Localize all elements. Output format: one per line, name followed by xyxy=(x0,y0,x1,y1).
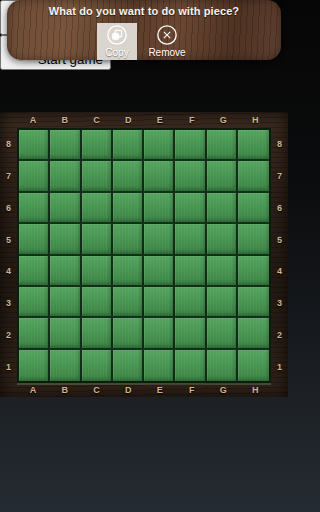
cell-E4[interactable] xyxy=(144,256,175,287)
cell-E5[interactable] xyxy=(144,224,175,255)
cell-H2[interactable] xyxy=(238,318,269,349)
coordinate-label: 1 xyxy=(271,351,288,383)
coordinate-label: H xyxy=(239,385,271,395)
coordinate-label: G xyxy=(208,115,240,125)
cell-F1[interactable] xyxy=(175,350,206,381)
coordinate-label: 8 xyxy=(271,128,288,160)
cell-D3[interactable] xyxy=(113,287,144,318)
coordinate-label: C xyxy=(81,115,113,125)
coordinate-label: E xyxy=(144,115,176,125)
cell-C5[interactable] xyxy=(82,224,113,255)
coordinate-label: G xyxy=(208,385,240,395)
copy-button-label: Copy xyxy=(105,47,128,58)
coordinate-label: 4 xyxy=(271,256,288,288)
coordinate-label: D xyxy=(112,115,144,125)
cell-E7[interactable] xyxy=(144,161,175,192)
cell-F8[interactable] xyxy=(175,130,206,161)
coordinate-label: F xyxy=(176,385,208,395)
cell-C8[interactable] xyxy=(82,130,113,161)
cell-C1[interactable] xyxy=(82,350,113,381)
coordinate-label: A xyxy=(17,115,49,125)
cell-H4[interactable] xyxy=(238,256,269,287)
cell-C6[interactable] xyxy=(82,193,113,224)
cell-B6[interactable] xyxy=(50,193,81,224)
cell-F3[interactable] xyxy=(175,287,206,318)
column-labels-bottom: ABCDEFGH xyxy=(17,383,271,397)
cell-C4[interactable] xyxy=(82,256,113,287)
coordinate-label: 2 xyxy=(0,319,17,351)
column-labels-top: ABCDEFGH xyxy=(17,112,271,128)
cell-A6[interactable] xyxy=(19,193,50,224)
coordinate-label: 5 xyxy=(0,224,17,256)
cell-D7[interactable] xyxy=(113,161,144,192)
coordinate-label: B xyxy=(49,385,81,395)
coordinate-label: 8 xyxy=(0,128,17,160)
cell-C2[interactable] xyxy=(82,318,113,349)
copy-icon xyxy=(106,24,128,46)
cell-F4[interactable] xyxy=(175,256,206,287)
cell-E8[interactable] xyxy=(144,130,175,161)
cell-C3[interactable] xyxy=(82,287,113,318)
cell-H7[interactable] xyxy=(238,161,269,192)
piece-action-dialog: What do you want to do with piece? Copy xyxy=(7,0,281,60)
cell-G1[interactable] xyxy=(207,350,238,381)
coordinate-label: 7 xyxy=(271,160,288,192)
copy-button[interactable]: Copy xyxy=(97,23,137,60)
dialog-buttons: Copy Remove xyxy=(7,23,281,60)
coordinate-label: A xyxy=(17,385,49,395)
cell-B5[interactable] xyxy=(50,224,81,255)
cell-D1[interactable] xyxy=(113,350,144,381)
row-labels-left: 87654321 xyxy=(0,128,17,383)
dialog-title: What do you want to do with piece? xyxy=(7,0,281,17)
coordinate-label: 4 xyxy=(0,256,17,288)
coordinate-label: B xyxy=(49,115,81,125)
cell-G5[interactable] xyxy=(207,224,238,255)
cell-H3[interactable] xyxy=(238,287,269,318)
cell-A5[interactable] xyxy=(19,224,50,255)
row-labels-right: 87654321 xyxy=(271,128,288,383)
coordinate-label: 3 xyxy=(271,287,288,319)
cell-A2[interactable] xyxy=(19,318,50,349)
cell-G7[interactable] xyxy=(207,161,238,192)
cell-C7[interactable] xyxy=(82,161,113,192)
cell-A4[interactable] xyxy=(19,256,50,287)
coordinate-label: 1 xyxy=(0,351,17,383)
coordinate-label: 3 xyxy=(0,287,17,319)
coordinate-label: F xyxy=(176,115,208,125)
cell-H1[interactable] xyxy=(238,350,269,381)
remove-button[interactable]: Remove xyxy=(143,23,191,60)
cell-H6[interactable] xyxy=(238,193,269,224)
cell-B8[interactable] xyxy=(50,130,81,161)
coordinate-label: 6 xyxy=(0,192,17,224)
coordinate-label: 2 xyxy=(271,319,288,351)
cell-A3[interactable] xyxy=(19,287,50,318)
cell-G2[interactable] xyxy=(207,318,238,349)
coordinate-label: 6 xyxy=(271,192,288,224)
cell-A7[interactable] xyxy=(19,161,50,192)
coordinate-label: H xyxy=(239,115,271,125)
cell-D6[interactable] xyxy=(113,193,144,224)
cell-F2[interactable] xyxy=(175,318,206,349)
cell-D8[interactable] xyxy=(113,130,144,161)
cell-F6[interactable] xyxy=(175,193,206,224)
cell-G4[interactable] xyxy=(207,256,238,287)
coordinate-label: E xyxy=(144,385,176,395)
othello-board: ABCDEFGH ABCDEFGH 87654321 87654321 xyxy=(0,112,288,397)
coordinate-label: 7 xyxy=(0,160,17,192)
board-grid xyxy=(17,128,271,383)
cell-H8[interactable] xyxy=(238,130,269,161)
cell-B4[interactable] xyxy=(50,256,81,287)
coordinate-label: C xyxy=(81,385,113,395)
coordinate-label: 5 xyxy=(271,224,288,256)
cell-D2[interactable] xyxy=(113,318,144,349)
cell-F5[interactable] xyxy=(175,224,206,255)
cell-B1[interactable] xyxy=(50,350,81,381)
cell-E3[interactable] xyxy=(144,287,175,318)
cell-B7[interactable] xyxy=(50,161,81,192)
cell-B3[interactable] xyxy=(50,287,81,318)
cell-E6[interactable] xyxy=(144,193,175,224)
cell-F7[interactable] xyxy=(175,161,206,192)
coordinate-label: D xyxy=(112,385,144,395)
cell-G3[interactable] xyxy=(207,287,238,318)
remove-icon xyxy=(156,24,178,46)
cell-D4[interactable] xyxy=(113,256,144,287)
cell-G8[interactable] xyxy=(207,130,238,161)
remove-button-label: Remove xyxy=(148,47,185,58)
cell-A1[interactable] xyxy=(19,350,50,381)
cell-G6[interactable] xyxy=(207,193,238,224)
cell-A8[interactable] xyxy=(19,130,50,161)
cell-B2[interactable] xyxy=(50,318,81,349)
cell-D5[interactable] xyxy=(113,224,144,255)
cell-H5[interactable] xyxy=(238,224,269,255)
cell-E2[interactable] xyxy=(144,318,175,349)
cell-E1[interactable] xyxy=(144,350,175,381)
